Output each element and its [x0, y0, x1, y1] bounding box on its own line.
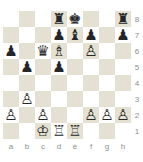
piece-white-rook: ♖	[52, 123, 65, 139]
square-c7[interactable]	[35, 27, 51, 43]
square-d7[interactable]: ♟	[51, 27, 67, 43]
square-e7[interactable]: ♝	[67, 27, 83, 43]
square-f2[interactable]: ♙	[83, 107, 99, 123]
piece-white-king: ♔	[36, 123, 49, 139]
square-e4[interactable]	[67, 75, 83, 91]
square-b8[interactable]	[19, 11, 35, 27]
square-d2[interactable]	[51, 107, 67, 123]
piece-black-pawn: ♟	[4, 43, 17, 59]
piece-white-pawn: ♙	[84, 43, 97, 59]
rank-label-2: 2	[131, 107, 143, 123]
piece-black-rook: ♜	[52, 11, 65, 27]
square-a4[interactable]	[3, 75, 19, 91]
rank-label-6: 6	[131, 43, 143, 59]
piece-black-pawn: ♟	[84, 27, 97, 43]
piece-white-pawn: ♙	[116, 107, 129, 123]
rank-label-5: 5	[131, 59, 143, 75]
square-f4[interactable]	[83, 75, 99, 91]
square-d6[interactable]: ♗	[51, 43, 67, 59]
square-c8[interactable]	[35, 11, 51, 27]
square-g2[interactable]: ♙	[99, 107, 115, 123]
rank-label-7: 7	[131, 27, 143, 43]
piece-black-bishop: ♝	[68, 27, 81, 43]
file-label-c: c	[35, 139, 51, 153]
piece-white-pawn: ♙	[84, 107, 97, 123]
chess-board: ♜♚♜♟♝♟♟♟♛♗♙♟♟♙♙♙♙♙♙♔♖♖	[3, 11, 131, 139]
square-e2[interactable]	[67, 107, 83, 123]
square-a8[interactable]	[3, 11, 19, 27]
square-d8[interactable]: ♜	[51, 11, 67, 27]
square-e5[interactable]	[67, 59, 83, 75]
square-g7[interactable]	[99, 27, 115, 43]
square-f8[interactable]	[83, 11, 99, 27]
piece-white-pawn: ♙	[36, 107, 49, 123]
chess-board-page: ♜♚♜♟♝♟♟♟♛♗♙♟♟♙♙♙♙♙♙♔♖♖ 87654321 abcdefgh	[0, 0, 143, 162]
square-d5[interactable]: ♟	[51, 59, 67, 75]
square-g3[interactable]	[99, 91, 115, 107]
square-c6[interactable]: ♛	[35, 43, 51, 59]
piece-black-queen: ♛	[36, 43, 49, 59]
square-h1[interactable]	[115, 123, 131, 139]
file-label-b: b	[19, 139, 35, 153]
square-g6[interactable]	[99, 43, 115, 59]
square-f6[interactable]: ♙	[83, 43, 99, 59]
rank-label-3: 3	[131, 91, 143, 107]
square-a3[interactable]	[3, 91, 19, 107]
square-f5[interactable]	[83, 59, 99, 75]
square-c3[interactable]	[35, 91, 51, 107]
square-f1[interactable]	[83, 123, 99, 139]
square-h7[interactable]: ♟	[115, 27, 131, 43]
square-a7[interactable]	[3, 27, 19, 43]
square-g5[interactable]	[99, 59, 115, 75]
rank-label-8: 8	[131, 11, 143, 27]
square-h2[interactable]: ♙	[115, 107, 131, 123]
piece-white-pawn: ♙	[4, 107, 17, 123]
square-g1[interactable]	[99, 123, 115, 139]
square-h5[interactable]	[115, 59, 131, 75]
square-b7[interactable]	[19, 27, 35, 43]
file-labels: abcdefgh	[3, 139, 131, 153]
square-g4[interactable]	[99, 75, 115, 91]
square-b2[interactable]	[19, 107, 35, 123]
square-a6[interactable]: ♟	[3, 43, 19, 59]
square-f7[interactable]: ♟	[83, 27, 99, 43]
square-d4[interactable]	[51, 75, 67, 91]
piece-black-rook: ♜	[116, 11, 129, 27]
square-c5[interactable]	[35, 59, 51, 75]
rank-labels: 87654321	[131, 11, 143, 139]
square-h6[interactable]	[115, 43, 131, 59]
square-b1[interactable]	[19, 123, 35, 139]
square-g8[interactable]	[99, 11, 115, 27]
square-d3[interactable]	[51, 91, 67, 107]
square-c2[interactable]: ♙	[35, 107, 51, 123]
file-label-f: f	[83, 139, 99, 153]
square-b6[interactable]	[19, 43, 35, 59]
square-c1[interactable]: ♔	[35, 123, 51, 139]
piece-white-bishop: ♗	[52, 43, 65, 59]
square-f3[interactable]	[83, 91, 99, 107]
square-a2[interactable]: ♙	[3, 107, 19, 123]
piece-white-pawn: ♙	[100, 107, 113, 123]
file-label-a: a	[3, 139, 19, 153]
square-d1[interactable]: ♖	[51, 123, 67, 139]
square-a1[interactable]	[3, 123, 19, 139]
square-e1[interactable]: ♖	[67, 123, 83, 139]
piece-black-pawn: ♟	[116, 27, 129, 43]
square-a5[interactable]	[3, 59, 19, 75]
rank-label-1: 1	[131, 123, 143, 139]
piece-white-rook: ♖	[68, 123, 81, 139]
piece-black-king: ♚	[68, 11, 81, 27]
square-e8[interactable]: ♚	[67, 11, 83, 27]
file-label-d: d	[51, 139, 67, 153]
file-label-g: g	[99, 139, 115, 153]
piece-black-pawn: ♟	[52, 59, 65, 75]
piece-white-pawn: ♙	[20, 91, 33, 107]
square-b5[interactable]: ♟	[19, 59, 35, 75]
square-h3[interactable]	[115, 91, 131, 107]
file-label-h: h	[115, 139, 131, 153]
file-label-e: e	[67, 139, 83, 153]
square-b3[interactable]: ♙	[19, 91, 35, 107]
square-h8[interactable]: ♜	[115, 11, 131, 27]
square-e6[interactable]	[67, 43, 83, 59]
piece-black-pawn: ♟	[20, 59, 33, 75]
square-h4[interactable]	[115, 75, 131, 91]
square-c4[interactable]	[35, 75, 51, 91]
square-b4[interactable]	[19, 75, 35, 91]
piece-black-pawn: ♟	[52, 27, 65, 43]
rank-label-4: 4	[131, 75, 143, 91]
square-e3[interactable]	[67, 91, 83, 107]
